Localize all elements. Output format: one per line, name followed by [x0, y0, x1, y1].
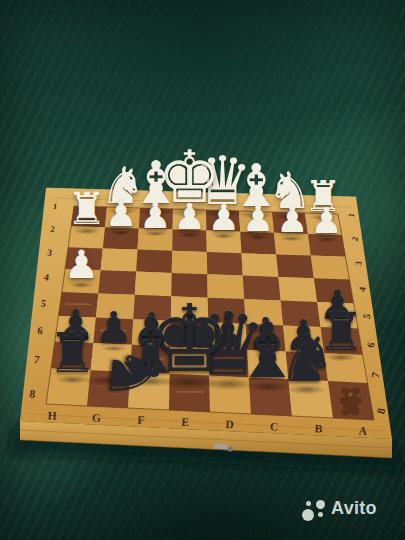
- svg-text:E: E: [181, 416, 190, 428]
- svg-text:F: F: [137, 414, 145, 426]
- svg-text:C: C: [270, 420, 279, 432]
- avito-logo-icon: [295, 494, 331, 524]
- chessboard: HGFEDCBA1234567812345678: [0, 0, 405, 540]
- svg-text:D: D: [225, 418, 234, 430]
- svg-text:G: G: [92, 412, 102, 424]
- watermark-text: Avito: [331, 498, 377, 519]
- svg-text:H: H: [47, 409, 57, 421]
- svg-text:A: A: [358, 424, 368, 436]
- avito-watermark: Avito: [295, 492, 399, 528]
- svg-text:B: B: [314, 422, 323, 434]
- chess-set-photo: HGFEDCBA1234567812345678 ♜♞♝♛♚♝♞♟♟♟♟♟♟♟♜…: [0, 0, 405, 540]
